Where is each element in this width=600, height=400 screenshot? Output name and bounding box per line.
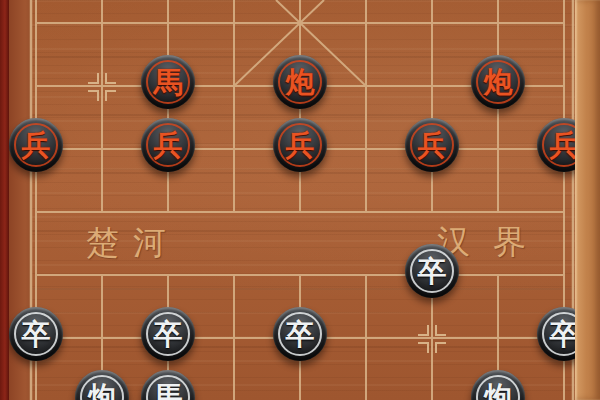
- piece-character: 卒: [286, 320, 315, 349]
- board-point: 炮: [465, 55, 531, 118]
- board-point: 卒: [3, 307, 69, 370]
- piece-character: 炮: [286, 68, 315, 97]
- piece-red-horse[interactable]: 馬: [141, 55, 195, 109]
- position-marker-corner: [435, 325, 446, 336]
- piece-character: 卒: [154, 320, 183, 349]
- piece-black-cannon[interactable]: 炮: [471, 370, 525, 400]
- piece-character: 兵: [286, 131, 315, 160]
- piece-black-soldier[interactable]: 卒: [9, 307, 63, 361]
- piece-character: 兵: [154, 131, 183, 160]
- board-point: 炮: [465, 370, 531, 400]
- piece-character: 卒: [22, 320, 51, 349]
- board-point: [69, 55, 135, 118]
- piece-red-soldier[interactable]: 兵: [405, 118, 459, 172]
- piece-black-horse[interactable]: 馬: [141, 370, 195, 400]
- board-point: [399, 307, 465, 370]
- piece-character: 馬: [154, 383, 183, 400]
- piece-red-soldier[interactable]: 兵: [273, 118, 327, 172]
- position-marker-corner: [105, 90, 116, 101]
- board-point: 馬: [135, 55, 201, 118]
- board-point: 兵: [3, 118, 69, 181]
- piece-red-cannon[interactable]: 炮: [471, 55, 525, 109]
- position-marker-corner: [105, 73, 116, 84]
- board-point: 兵: [399, 118, 465, 181]
- piece-black-soldier[interactable]: 卒: [141, 307, 195, 361]
- piece-red-soldier[interactable]: 兵: [141, 118, 195, 172]
- board-point: 馬: [135, 370, 201, 400]
- board-right-frame: [575, 0, 600, 400]
- piece-character: 炮: [484, 383, 513, 400]
- position-marker: [417, 324, 447, 354]
- board-grid: 馬炮炮兵兵兵兵兵卒卒卒卒卒炮馬炮: [3, 0, 597, 400]
- piece-character: 炮: [88, 383, 117, 400]
- piece-black-soldier[interactable]: 卒: [273, 307, 327, 361]
- board-point: 炮: [69, 370, 135, 400]
- piece-black-cannon[interactable]: 炮: [75, 370, 129, 400]
- piece-character: 兵: [22, 131, 51, 160]
- piece-character: 炮: [484, 68, 513, 97]
- piece-black-soldier[interactable]: 卒: [405, 244, 459, 298]
- position-marker-corner: [88, 90, 99, 101]
- piece-red-soldier[interactable]: 兵: [9, 118, 63, 172]
- xiangqi-board: 楚河 汉界 馬炮炮兵兵兵兵兵卒卒卒卒卒炮馬炮: [0, 0, 600, 400]
- board-point: 卒: [135, 307, 201, 370]
- board-point: 卒: [267, 307, 333, 370]
- position-marker-corner: [435, 342, 446, 353]
- position-marker-corner: [418, 342, 429, 353]
- piece-character: 卒: [418, 257, 447, 286]
- board-point: 卒: [399, 244, 465, 307]
- position-marker: [87, 72, 117, 102]
- position-marker-corner: [418, 325, 429, 336]
- board-point: 炮: [267, 55, 333, 118]
- position-marker-corner: [88, 73, 99, 84]
- board-point: 兵: [267, 118, 333, 181]
- piece-red-cannon[interactable]: 炮: [273, 55, 327, 109]
- board-point: 兵: [135, 118, 201, 181]
- piece-character: 兵: [418, 131, 447, 160]
- piece-character: 馬: [154, 68, 183, 97]
- board-left-edge-strip: [0, 0, 9, 400]
